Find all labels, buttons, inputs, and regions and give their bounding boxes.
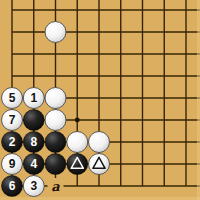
stone-white-A5: 5: [2, 88, 23, 109]
black-stone: [45, 154, 66, 175]
stone-white-C5: [45, 88, 66, 109]
point-label-text: a: [51, 179, 60, 194]
go-board-diagram: 517289463a: [0, 0, 200, 200]
stone-white-C8: [45, 22, 66, 43]
stone-black-C3: [45, 132, 66, 153]
image-edge-right: [197, 0, 200, 200]
move-number-3: 3: [30, 179, 37, 193]
white-stone: [45, 110, 66, 131]
move-number-1: 1: [30, 91, 37, 105]
move-number-6: 6: [9, 179, 16, 193]
stone-black-A1: 6: [2, 176, 23, 197]
move-number-7: 7: [9, 113, 16, 127]
go-board: 517289463a: [0, 0, 200, 200]
stone-black-B2: 4: [23, 154, 44, 175]
move-number-4: 4: [30, 157, 37, 171]
stone-white-E2: [89, 154, 110, 175]
stone-white-A2: 9: [2, 154, 23, 175]
stone-white-A4: 7: [2, 110, 23, 131]
stone-white-B1: 3: [23, 176, 44, 197]
stone-black-B3: 8: [23, 132, 44, 153]
stone-white-C4: [45, 110, 66, 131]
white-stone: [67, 132, 88, 153]
black-stone: [23, 110, 44, 131]
stone-white-B5: 1: [23, 88, 44, 109]
stone-black-D2: [67, 154, 88, 175]
stone-white-D3: [67, 132, 88, 153]
move-number-9: 9: [9, 157, 16, 171]
stone-black-A3: 2: [2, 132, 23, 153]
move-number-2: 2: [9, 135, 16, 149]
move-number-8: 8: [30, 135, 37, 149]
white-stone: [45, 88, 66, 109]
point-label-a: a: [48, 178, 64, 194]
white-stone: [45, 22, 66, 43]
stone-black-B4: [23, 110, 44, 131]
black-stone: [45, 132, 66, 153]
white-stone: [89, 132, 110, 153]
move-number-5: 5: [9, 91, 16, 105]
image-edge-bottom: [0, 197, 200, 200]
stone-black-C2: [45, 154, 66, 175]
star-point: [75, 118, 80, 123]
stone-white-E3: [89, 132, 110, 153]
